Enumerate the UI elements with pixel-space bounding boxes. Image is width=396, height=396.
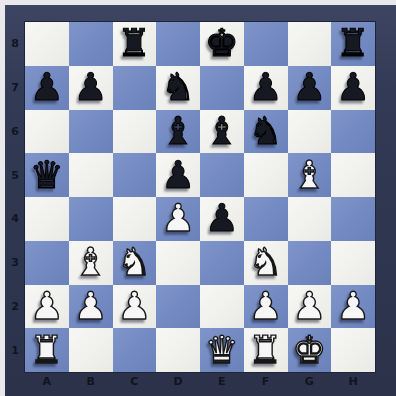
square-h8[interactable]: ♜ (331, 22, 375, 66)
piece-white-pawn-f2[interactable]: ♟ (249, 285, 283, 328)
file-label-a: A (25, 372, 69, 394)
rank-label-1: 1 (5, 328, 25, 372)
square-f3[interactable]: ♞ (244, 241, 288, 285)
rank-label-6: 6 (5, 110, 25, 154)
rank-labels: 87654321 (5, 22, 25, 372)
square-h5[interactable] (331, 153, 375, 197)
square-h4[interactable] (331, 197, 375, 241)
piece-black-king-e8[interactable]: ♚ (205, 22, 239, 65)
square-g4[interactable] (288, 197, 332, 241)
piece-white-pawn-h2[interactable]: ♟ (336, 285, 370, 328)
piece-white-pawn-d4[interactable]: ♟ (161, 197, 195, 240)
piece-white-pawn-a2[interactable]: ♟ (30, 285, 64, 328)
square-f6[interactable]: ♞ (244, 110, 288, 154)
piece-black-pawn-d5[interactable]: ♟ (161, 154, 195, 197)
file-label-h: H (331, 372, 375, 394)
square-g3[interactable] (288, 241, 332, 285)
rank-label-7: 7 (5, 66, 25, 110)
square-a3[interactable] (25, 241, 69, 285)
rank-label-5: 5 (5, 153, 25, 197)
square-d4[interactable]: ♟ (156, 197, 200, 241)
piece-white-king-g1[interactable]: ♚ (292, 329, 326, 372)
square-g5[interactable]: ♝ (288, 153, 332, 197)
piece-black-pawn-a7[interactable]: ♟ (30, 66, 64, 109)
piece-white-pawn-b2[interactable]: ♟ (74, 285, 108, 328)
square-d1[interactable] (156, 328, 200, 372)
square-b4[interactable] (69, 197, 113, 241)
piece-black-bishop-d6[interactable]: ♝ (161, 110, 195, 153)
square-e5[interactable] (200, 153, 244, 197)
square-f5[interactable] (244, 153, 288, 197)
square-d3[interactable] (156, 241, 200, 285)
piece-white-pawn-c2[interactable]: ♟ (117, 285, 151, 328)
square-h3[interactable] (331, 241, 375, 285)
piece-black-pawn-f7[interactable]: ♟ (249, 66, 283, 109)
square-b1[interactable] (69, 328, 113, 372)
rank-label-3: 3 (5, 241, 25, 285)
square-c5[interactable] (113, 153, 157, 197)
square-d2[interactable] (156, 285, 200, 329)
piece-white-knight-c3[interactable]: ♞ (117, 241, 151, 284)
square-b3[interactable]: ♝ (69, 241, 113, 285)
square-b7[interactable]: ♟ (69, 66, 113, 110)
square-h2[interactable]: ♟ (331, 285, 375, 329)
rank-label-4: 4 (5, 197, 25, 241)
square-e6[interactable]: ♝ (200, 110, 244, 154)
square-a4[interactable] (25, 197, 69, 241)
piece-white-pawn-g2[interactable]: ♟ (292, 285, 326, 328)
square-c6[interactable] (113, 110, 157, 154)
piece-white-bishop-g5[interactable]: ♝ (292, 154, 326, 197)
piece-black-pawn-b7[interactable]: ♟ (74, 66, 108, 109)
piece-black-bishop-e6[interactable]: ♝ (205, 110, 239, 153)
square-h7[interactable]: ♟ (331, 66, 375, 110)
square-g1[interactable]: ♚ (288, 328, 332, 372)
square-e1[interactable]: ♛ (200, 328, 244, 372)
piece-white-bishop-b3[interactable]: ♝ (74, 241, 108, 284)
square-e8[interactable]: ♚ (200, 22, 244, 66)
piece-white-rook-a1[interactable]: ♜ (30, 329, 64, 372)
square-b8[interactable] (69, 22, 113, 66)
piece-black-pawn-e4[interactable]: ♟ (205, 197, 239, 240)
square-c8[interactable]: ♜ (113, 22, 157, 66)
square-b2[interactable]: ♟ (69, 285, 113, 329)
file-label-c: C (113, 372, 157, 394)
chess-board: ♜♚♜♟♟♞♟♟♟♝♝♞♛♟♝♟♟♝♞♞♟♟♟♟♟♟♜♛♜♚ (25, 22, 375, 372)
square-f8[interactable] (244, 22, 288, 66)
square-f2[interactable]: ♟ (244, 285, 288, 329)
square-f4[interactable] (244, 197, 288, 241)
square-c2[interactable]: ♟ (113, 285, 157, 329)
piece-black-queen-a5[interactable]: ♛ (30, 154, 64, 197)
square-e7[interactable] (200, 66, 244, 110)
file-label-b: B (69, 372, 113, 394)
square-a1[interactable]: ♜ (25, 328, 69, 372)
square-c7[interactable] (113, 66, 157, 110)
piece-white-knight-f3[interactable]: ♞ (249, 241, 283, 284)
rank-label-2: 2 (5, 285, 25, 329)
square-e2[interactable] (200, 285, 244, 329)
square-g6[interactable] (288, 110, 332, 154)
square-g8[interactable] (288, 22, 332, 66)
square-g7[interactable]: ♟ (288, 66, 332, 110)
square-g2[interactable]: ♟ (288, 285, 332, 329)
square-h6[interactable] (331, 110, 375, 154)
file-label-f: F (244, 372, 288, 394)
square-d7[interactable]: ♞ (156, 66, 200, 110)
file-label-e: E (200, 372, 244, 394)
piece-black-rook-c8[interactable]: ♜ (117, 22, 151, 65)
square-a2[interactable]: ♟ (25, 285, 69, 329)
piece-black-knight-d7[interactable]: ♞ (161, 66, 195, 109)
square-a7[interactable]: ♟ (25, 66, 69, 110)
square-a8[interactable] (25, 22, 69, 66)
piece-black-rook-h8[interactable]: ♜ (336, 22, 370, 65)
piece-white-queen-e1[interactable]: ♛ (205, 329, 239, 372)
square-f7[interactable]: ♟ (244, 66, 288, 110)
piece-black-knight-f6[interactable]: ♞ (249, 110, 283, 153)
file-labels: ABCDEFGH (25, 372, 375, 394)
square-a5[interactable]: ♛ (25, 153, 69, 197)
square-a6[interactable] (25, 110, 69, 154)
square-c4[interactable] (113, 197, 157, 241)
square-d8[interactable] (156, 22, 200, 66)
chess-diagram: 87654321 ABCDEFGH ♜♚♜♟♟♞♟♟♟♝♝♞♛♟♝♟♟♝♞♞♟♟… (0, 0, 396, 396)
square-c1[interactable] (113, 328, 157, 372)
piece-black-pawn-h7[interactable]: ♟ (336, 66, 370, 109)
file-label-d: D (156, 372, 200, 394)
file-label-g: G (288, 372, 332, 394)
square-e3[interactable] (200, 241, 244, 285)
square-d6[interactable]: ♝ (156, 110, 200, 154)
rank-label-8: 8 (5, 22, 25, 66)
square-d5[interactable]: ♟ (156, 153, 200, 197)
piece-black-pawn-g7[interactable]: ♟ (292, 66, 326, 109)
square-h1[interactable] (331, 328, 375, 372)
piece-white-rook-f1[interactable]: ♜ (249, 329, 283, 372)
square-c3[interactable]: ♞ (113, 241, 157, 285)
square-f1[interactable]: ♜ (244, 328, 288, 372)
square-b6[interactable] (69, 110, 113, 154)
square-e4[interactable]: ♟ (200, 197, 244, 241)
square-b5[interactable] (69, 153, 113, 197)
